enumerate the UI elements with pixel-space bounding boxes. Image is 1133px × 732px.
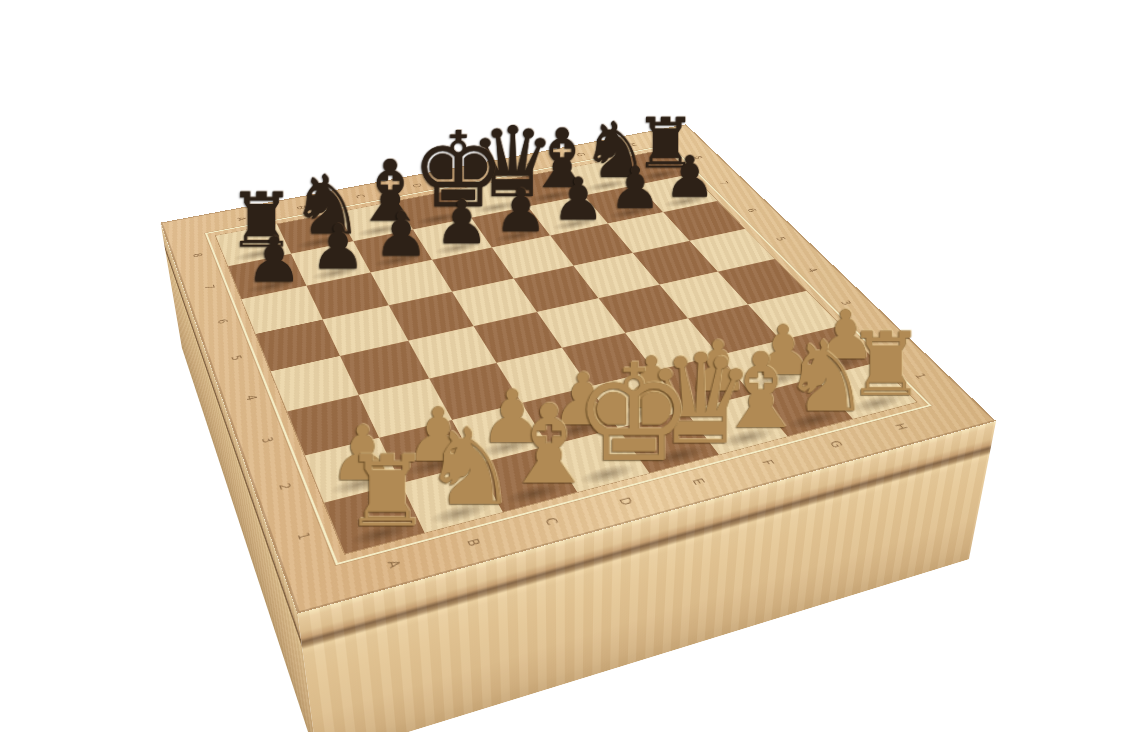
- piece-white-knight[interactable]: ♞: [422, 414, 503, 520]
- scene: ♜♞♝♚♛♝♞♜♟♟♟♟♟♟♟♟♟♟♟♟♟♟♟♟♜♞♝♚♛♝♞♜ ABCDEFG…: [0, 0, 1133, 732]
- piece-black-pawn[interactable]: ♟: [368, 204, 432, 265]
- piece-black-pawn[interactable]: ♟: [489, 181, 551, 240]
- piece-black-pawn[interactable]: ♟: [659, 148, 719, 205]
- rank-label-5: 5: [773, 236, 788, 242]
- chess-board-box: ♜♞♝♚♛♝♞♜♟♟♟♟♟♟♟♟♟♟♟♟♟♟♟♟♜♞♝♚♛♝♞♜ ABCDEFG…: [160, 124, 995, 613]
- piece-white-rook[interactable]: ♜: [343, 443, 426, 541]
- chess-set-photo: ♜♞♝♚♛♝♞♜♟♟♟♟♟♟♟♟♟♟♟♟♟♟♟♟♜♞♝♚♛♝♞♜ ABCDEFG…: [0, 0, 1133, 732]
- rank-label-4: 4: [804, 267, 819, 273]
- rank-label-6: 6: [744, 207, 758, 213]
- piece-black-pawn[interactable]: ♟: [241, 228, 307, 291]
- piece-black-pawn[interactable]: ♟: [547, 170, 609, 229]
- piece-black-pawn[interactable]: ♟: [604, 159, 665, 217]
- piece-black-pawn[interactable]: ♟: [429, 192, 492, 252]
- piece-black-pawn[interactable]: ♟: [305, 216, 370, 278]
- rank-label-7: 7: [716, 180, 730, 185]
